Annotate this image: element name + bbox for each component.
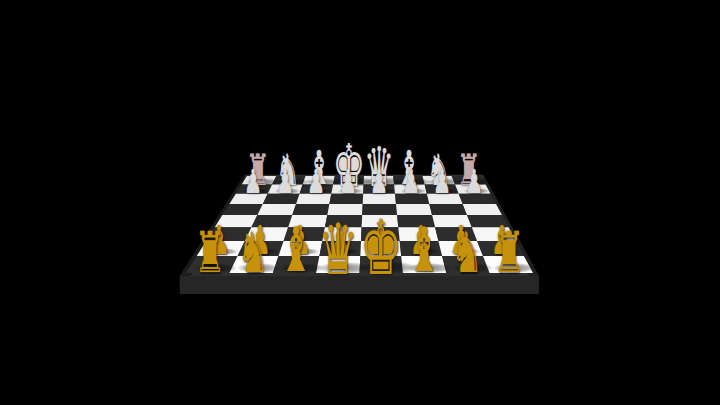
square-h8	[452, 176, 486, 185]
square-d3	[322, 227, 361, 241]
square-d1	[316, 256, 360, 273]
square-c6	[296, 194, 331, 204]
square-f4	[397, 215, 435, 227]
square-f3	[398, 227, 438, 241]
square-g1	[442, 256, 490, 273]
square-a8	[242, 176, 277, 185]
square-c5	[292, 204, 329, 215]
square-b6	[263, 194, 300, 204]
square-c2	[279, 241, 323, 256]
square-g7	[425, 185, 459, 194]
square-d4	[325, 215, 362, 227]
square-c7	[300, 185, 334, 194]
board-base-front-face	[180, 276, 539, 294]
square-b3	[245, 227, 288, 241]
square-f1	[401, 256, 446, 273]
square-d7	[331, 185, 363, 194]
square-g8	[423, 176, 456, 185]
model-viewer-canvas[interactable]: ♜♞♝♚♛♝♞♜♟♟♟♟♟♟♟♟♟♟♟♟♟♟♟♟♜♞♝♛♚♝♞♜	[0, 0, 720, 405]
square-e2	[360, 241, 401, 256]
square-e1	[360, 256, 403, 273]
square-f8	[393, 176, 424, 185]
square-h3	[472, 227, 516, 241]
square-c8	[303, 176, 335, 185]
square-h4	[467, 215, 509, 227]
square-h2	[477, 241, 524, 256]
square-g2	[438, 241, 483, 256]
square-c4	[288, 215, 327, 227]
square-h7	[455, 185, 490, 194]
square-c1	[273, 256, 320, 273]
square-g5	[429, 204, 467, 215]
square-e4	[362, 215, 399, 227]
square-d6	[329, 194, 363, 204]
square-h6	[459, 194, 496, 204]
square-b5	[257, 204, 296, 215]
square-f6	[395, 194, 429, 204]
square-d5	[327, 204, 362, 215]
square-e5	[362, 204, 397, 215]
square-b4	[251, 215, 292, 227]
square-b1	[229, 256, 278, 273]
square-g3	[435, 227, 477, 241]
square-h5	[463, 204, 502, 215]
square-d2	[319, 241, 361, 256]
square-e8	[364, 176, 395, 185]
square-e7	[363, 185, 395, 194]
square-g4	[432, 215, 472, 227]
square-b2	[238, 241, 284, 256]
square-e6	[363, 194, 396, 204]
square-b7	[268, 185, 303, 194]
square-f7	[394, 185, 427, 194]
square-d8	[333, 176, 364, 185]
square-g6	[427, 194, 463, 204]
square-a5	[222, 204, 262, 215]
square-f2	[400, 241, 442, 256]
square-f5	[396, 204, 432, 215]
square-b8	[272, 176, 305, 185]
square-a7	[236, 185, 272, 194]
square-a6	[229, 194, 267, 204]
square-c3	[284, 227, 325, 241]
chess-board	[0, 0, 720, 405]
square-e3	[361, 227, 400, 241]
